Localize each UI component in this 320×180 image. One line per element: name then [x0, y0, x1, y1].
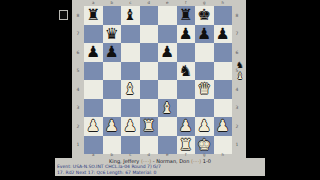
square-b2: ♟	[103, 117, 122, 136]
white-R-d2-piece: ♜	[140, 117, 159, 136]
black-B-c8-piece: ♝	[121, 6, 140, 25]
rank-label-3: 3	[232, 99, 242, 118]
captured-white-bishop-icon: ♝	[234, 71, 246, 81]
square-f8: ♜	[177, 6, 196, 25]
square-f3	[177, 99, 196, 118]
white-P-b2-piece: ♟	[103, 117, 122, 136]
square-a2: ♟	[84, 117, 103, 136]
square-a8: ♜	[84, 6, 103, 25]
square-e7	[158, 25, 177, 44]
square-g4: ♛	[195, 80, 214, 99]
square-c3	[121, 99, 140, 118]
square-g6	[195, 43, 214, 62]
square-a4	[84, 80, 103, 99]
moves-line: 17. Rd2 Next 17: Qc6 Length: 67 Material…	[57, 170, 156, 176]
white-P-g2-piece: ♟	[195, 117, 214, 136]
square-d5	[140, 62, 159, 81]
white-P-a2-piece: ♟	[84, 117, 103, 136]
captured-black-knight-icon: ♞	[234, 60, 246, 70]
square-f6	[177, 43, 196, 62]
square-e4	[158, 80, 177, 99]
rank-label-7: 7	[232, 25, 242, 44]
chess-board: ♜♝♜♚♛♟♟♟♟♟♟♞♝♛♝♟♟♟♜♟♟♟♜♚	[84, 6, 232, 154]
square-h4	[214, 80, 233, 99]
white-P-f2-piece: ♟	[177, 117, 196, 136]
rank-label-6: 6	[73, 43, 83, 62]
square-d4	[140, 80, 159, 99]
square-e5	[158, 62, 177, 81]
black-R-a8-piece: ♜	[84, 6, 103, 25]
black-player-rating: (····)	[191, 158, 201, 164]
square-h2: ♟	[214, 117, 233, 136]
white-B-e3-piece: ♝	[158, 99, 177, 118]
square-d3	[140, 99, 159, 118]
square-b6: ♟	[103, 43, 122, 62]
square-d2: ♜	[140, 117, 159, 136]
black-player-name: Norman, Don	[156, 158, 189, 164]
square-f7: ♟	[177, 25, 196, 44]
black-Q-b7-piece: ♛	[103, 25, 122, 44]
square-b5	[103, 62, 122, 81]
rank-label-3: 3	[73, 99, 83, 118]
rank-label-6: 6	[232, 43, 242, 62]
square-b4	[103, 80, 122, 99]
white-P-h2-piece: ♟	[214, 117, 233, 136]
square-f4	[177, 80, 196, 99]
white-Q-g4-piece: ♛	[195, 80, 214, 99]
black-K-g8-piece: ♚	[195, 6, 214, 25]
square-c5	[121, 62, 140, 81]
black-to-move-indicator	[59, 10, 68, 20]
rank-label-1: 1	[232, 136, 242, 155]
black-P-g7-piece: ♟	[195, 25, 214, 44]
black-P-h7-piece: ♟	[214, 25, 233, 44]
black-P-e6-piece: ♟	[158, 43, 177, 62]
square-b7: ♛	[103, 25, 122, 44]
square-c2: ♟	[121, 117, 140, 136]
board-panel: abcdefgh 87654321 ♜♝♜♚♛♟♟♟♟♟♟♞♝♛♝♟♟♟♜♟♟♟…	[72, 0, 246, 158]
black-P-b6-piece: ♟	[103, 43, 122, 62]
square-d7	[140, 25, 159, 44]
rank-label-4: 4	[232, 80, 242, 99]
square-b8	[103, 6, 122, 25]
square-a6: ♟	[84, 43, 103, 62]
rank-label-8: 8	[73, 6, 83, 25]
square-e8	[158, 6, 177, 25]
square-g2: ♟	[195, 117, 214, 136]
square-a5	[84, 62, 103, 81]
rank-label-2: 2	[232, 117, 242, 136]
rank-label-8: 8	[232, 6, 242, 25]
square-h5	[214, 62, 233, 81]
square-g8: ♚	[195, 6, 214, 25]
square-h7: ♟	[214, 25, 233, 44]
caption-panel: King, Jeffery (····) - Norman, Don (····…	[55, 158, 265, 176]
rank-label-5: 5	[73, 62, 83, 81]
black-P-a6-piece: ♟	[84, 43, 103, 62]
square-c6	[121, 43, 140, 62]
square-c4: ♝	[121, 80, 140, 99]
square-d8	[140, 6, 159, 25]
square-g3	[195, 99, 214, 118]
square-g5	[195, 62, 214, 81]
letterbox-background: abcdefgh 87654321 ♜♝♜♚♛♟♟♟♟♟♟♞♝♛♝♟♟♟♜♟♟♟…	[0, 0, 320, 180]
black-R-f8-piece: ♜	[177, 6, 196, 25]
black-N-f5-piece: ♞	[177, 62, 196, 81]
black-P-f7-piece: ♟	[177, 25, 196, 44]
square-h8	[214, 6, 233, 25]
white-B-c4-piece: ♝	[121, 80, 140, 99]
square-f5: ♞	[177, 62, 196, 81]
square-a7	[84, 25, 103, 44]
square-b3	[103, 99, 122, 118]
square-h6	[214, 43, 233, 62]
square-e2	[158, 117, 177, 136]
rank-labels-left: 87654321	[73, 6, 83, 154]
rank-label-4: 4	[73, 80, 83, 99]
square-c7	[121, 25, 140, 44]
square-a3	[84, 99, 103, 118]
rank-label-2: 2	[73, 117, 83, 136]
rank-label-7: 7	[73, 25, 83, 44]
square-h3	[214, 99, 233, 118]
square-e6: ♟	[158, 43, 177, 62]
square-d6	[140, 43, 159, 62]
rank-label-1: 1	[73, 136, 83, 155]
square-f2: ♟	[177, 117, 196, 136]
square-e3: ♝	[158, 99, 177, 118]
square-c8: ♝	[121, 6, 140, 25]
game-result: 1-0	[203, 158, 211, 164]
square-g7: ♟	[195, 25, 214, 44]
white-P-c2-piece: ♟	[121, 117, 140, 136]
